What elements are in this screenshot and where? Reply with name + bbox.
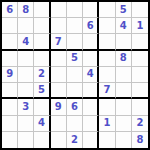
cell-r4c8[interactable]: 8 xyxy=(116,51,132,67)
cell-r7c5[interactable]: 6 xyxy=(67,99,83,115)
given-digit: 5 xyxy=(38,85,45,95)
given-digit: 1 xyxy=(103,118,110,128)
cell-r2c9[interactable]: 1 xyxy=(132,18,148,34)
cell-r3c7[interactable] xyxy=(99,34,115,50)
cell-r8c1[interactable] xyxy=(2,116,18,132)
cell-r4c6[interactable] xyxy=(83,51,99,67)
cell-r1c4[interactable] xyxy=(51,2,67,18)
cell-r9c9[interactable]: 8 xyxy=(132,132,148,148)
cell-r9c8[interactable] xyxy=(116,132,132,148)
given-digit: 8 xyxy=(22,5,29,15)
cell-r6c8[interactable] xyxy=(116,83,132,99)
cell-r1c3[interactable] xyxy=(34,2,50,18)
cell-r9c6[interactable] xyxy=(83,132,99,148)
cell-r6c3[interactable]: 5 xyxy=(34,83,50,99)
given-digit: 5 xyxy=(71,53,78,63)
cell-r1c6[interactable] xyxy=(83,2,99,18)
given-digit: 4 xyxy=(38,118,45,128)
cell-r3c3[interactable] xyxy=(34,34,50,50)
cell-r8c6[interactable] xyxy=(83,116,99,132)
given-digit: 4 xyxy=(87,69,94,79)
cell-r7c7[interactable] xyxy=(99,99,115,115)
cell-r7c3[interactable] xyxy=(34,99,50,115)
cell-r8c4[interactable] xyxy=(51,116,67,132)
given-digit: 5 xyxy=(120,5,127,15)
given-digit: 7 xyxy=(55,37,62,47)
cell-r5c1[interactable]: 9 xyxy=(2,67,18,83)
cell-r8c8[interactable] xyxy=(116,116,132,132)
cell-r6c5[interactable] xyxy=(67,83,83,99)
cell-r9c1[interactable] xyxy=(2,132,18,148)
cell-r7c9[interactable] xyxy=(132,99,148,115)
cell-r4c9[interactable] xyxy=(132,51,148,67)
sudoku-board: 68564147589245739641228 xyxy=(0,0,150,150)
cell-r4c5[interactable]: 5 xyxy=(67,51,83,67)
cell-r8c5[interactable] xyxy=(67,116,83,132)
cell-r3c8[interactable] xyxy=(116,34,132,50)
cell-r4c2[interactable] xyxy=(18,51,34,67)
cell-r1c2[interactable]: 8 xyxy=(18,2,34,18)
cell-r2c8[interactable]: 4 xyxy=(116,18,132,34)
cell-r1c7[interactable] xyxy=(99,2,115,18)
cell-r6c6[interactable] xyxy=(83,83,99,99)
cell-r8c2[interactable] xyxy=(18,116,34,132)
cell-r6c4[interactable] xyxy=(51,83,67,99)
given-digit: 9 xyxy=(55,102,62,112)
cell-r4c3[interactable] xyxy=(34,51,50,67)
given-digit: 8 xyxy=(136,135,143,145)
cell-r6c1[interactable] xyxy=(2,83,18,99)
given-digit: 7 xyxy=(103,85,110,95)
cell-r7c2[interactable]: 3 xyxy=(18,99,34,115)
cell-r6c2[interactable] xyxy=(18,83,34,99)
cell-r2c4[interactable] xyxy=(51,18,67,34)
cell-r9c7[interactable] xyxy=(99,132,115,148)
cell-r6c7[interactable]: 7 xyxy=(99,83,115,99)
cell-r8c7[interactable]: 1 xyxy=(99,116,115,132)
cell-r1c5[interactable] xyxy=(67,2,83,18)
cell-r5c2[interactable] xyxy=(18,67,34,83)
given-digit: 2 xyxy=(71,135,78,145)
given-digit: 9 xyxy=(6,69,13,79)
cell-r7c1[interactable] xyxy=(2,99,18,115)
given-digit: 6 xyxy=(6,5,13,15)
cell-r2c5[interactable] xyxy=(67,18,83,34)
cell-r3c9[interactable] xyxy=(132,34,148,50)
cell-r7c8[interactable] xyxy=(116,99,132,115)
cell-r9c4[interactable] xyxy=(51,132,67,148)
given-digit: 4 xyxy=(22,37,29,47)
cell-r2c1[interactable] xyxy=(2,18,18,34)
given-digit: 6 xyxy=(71,102,78,112)
cell-r4c4[interactable] xyxy=(51,51,67,67)
cell-r5c5[interactable] xyxy=(67,67,83,83)
cell-r7c4[interactable]: 9 xyxy=(51,99,67,115)
cell-r9c3[interactable] xyxy=(34,132,50,148)
given-digit: 8 xyxy=(120,53,127,63)
given-digit: 1 xyxy=(136,21,143,31)
cell-r4c7[interactable] xyxy=(99,51,115,67)
cell-r5c3[interactable]: 2 xyxy=(34,67,50,83)
cell-r8c3[interactable]: 4 xyxy=(34,116,50,132)
cell-r9c2[interactable] xyxy=(18,132,34,148)
given-digit: 3 xyxy=(22,102,29,112)
cell-r5c4[interactable] xyxy=(51,67,67,83)
cell-r5c7[interactable] xyxy=(99,67,115,83)
cell-r3c1[interactable] xyxy=(2,34,18,50)
cell-r3c4[interactable]: 7 xyxy=(51,34,67,50)
given-digit: 2 xyxy=(136,118,143,128)
cell-r9c5[interactable]: 2 xyxy=(67,132,83,148)
cell-r3c5[interactable] xyxy=(67,34,83,50)
cell-r7c6[interactable] xyxy=(83,99,99,115)
cell-r1c9[interactable] xyxy=(132,2,148,18)
cell-r2c7[interactable] xyxy=(99,18,115,34)
cell-r2c6[interactable]: 6 xyxy=(83,18,99,34)
given-digit: 4 xyxy=(120,21,127,31)
given-digit: 6 xyxy=(87,21,94,31)
cell-r4c1[interactable] xyxy=(2,51,18,67)
cell-r1c1[interactable]: 6 xyxy=(2,2,18,18)
cell-r8c9[interactable]: 2 xyxy=(132,116,148,132)
cell-r1c8[interactable]: 5 xyxy=(116,2,132,18)
cell-r3c6[interactable] xyxy=(83,34,99,50)
cell-r5c6[interactable]: 4 xyxy=(83,67,99,83)
cell-r2c3[interactable] xyxy=(34,18,50,34)
cell-r5c9[interactable] xyxy=(132,67,148,83)
cell-r5c8[interactable] xyxy=(116,67,132,83)
cell-r2c2[interactable] xyxy=(18,18,34,34)
cell-r3c2[interactable]: 4 xyxy=(18,34,34,50)
given-digit: 2 xyxy=(38,69,45,79)
cell-r6c9[interactable] xyxy=(132,83,148,99)
